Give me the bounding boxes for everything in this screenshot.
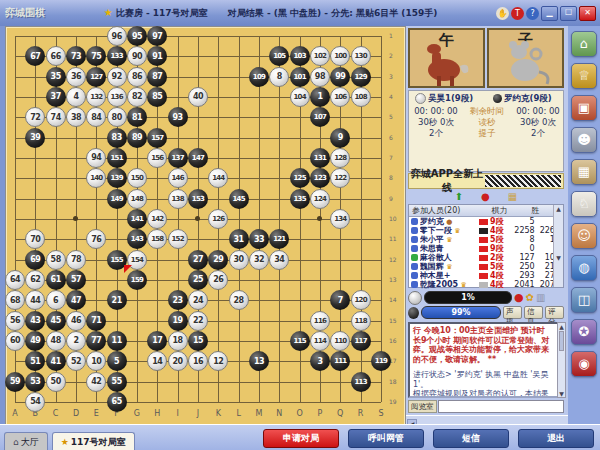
coord-number: 16 [389, 337, 397, 344]
robot-icon[interactable]: ☻ [571, 127, 597, 153]
stone-white-76: 76 [86, 229, 106, 249]
chat-input[interactable] [438, 400, 565, 413]
participant-wins: 127 [511, 253, 534, 262]
stone-black-3: 3 [310, 351, 330, 371]
stone-black-65: 65 [107, 392, 127, 412]
participant-rank: 4段 [490, 271, 511, 280]
coord-letter: N [269, 409, 289, 418]
stone-black-45: 45 [46, 311, 66, 331]
coord-number: 18 [389, 378, 397, 385]
participant-row[interactable]: 朱思青9段01 [409, 244, 563, 253]
stone-white-138: 138 [168, 189, 188, 209]
coord-letter: K [208, 409, 228, 418]
black-support-knob[interactable] [408, 291, 422, 305]
thumb-icon [411, 227, 418, 234]
stone-white-22: 22 [188, 311, 208, 331]
thumb-icon [411, 281, 418, 288]
coord-letter: R [351, 409, 371, 418]
stone-black-35: 35 [46, 67, 66, 87]
gift-icons-row: ⬆ ● ▦ [408, 190, 564, 203]
tab-icon: ⌂ [13, 437, 19, 447]
stone-black-121: 121 [269, 229, 289, 249]
stone-black-91: 91 [147, 46, 167, 66]
stone-black-61: 61 [46, 270, 66, 290]
star-point [195, 216, 200, 221]
stone-black-7: 7 [330, 290, 350, 310]
stone-black-145: 145 [229, 189, 249, 209]
stone-black-81: 81 [127, 107, 147, 127]
stone-white-16: 16 [188, 351, 208, 371]
shop-icon[interactable]: ▣ [571, 95, 597, 121]
white-support-bar: 99% [421, 306, 501, 319]
flag-icon [479, 273, 488, 279]
stone-white-134: 134 [330, 209, 350, 229]
knight-icon[interactable]: ♘ [571, 191, 597, 217]
close-button[interactable]: ✕ [579, 6, 596, 21]
coord-number: 6 [389, 134, 393, 141]
stone-white-156: 156 [147, 148, 167, 168]
stone-white-92: 92 [107, 67, 127, 87]
tab-icon: ★ [61, 437, 69, 447]
stone-white-116: 116 [310, 311, 330, 331]
coord-number: 7 [389, 154, 393, 161]
stone-white-124: 124 [310, 189, 330, 209]
flag-icon [479, 219, 488, 225]
coord-number: 5 [389, 113, 393, 120]
black-player-name: 罗约克(9段) [504, 93, 563, 105]
star-point [73, 216, 78, 221]
stone-white-84: 84 [86, 107, 106, 127]
stone-white-14: 14 [147, 351, 167, 371]
stone-black-73: 73 [66, 46, 86, 66]
stone-white-126: 126 [208, 209, 228, 229]
stone-black-69: 69 [25, 250, 45, 270]
last-move-marker [124, 265, 132, 273]
participant-name: 魏国辉 ♛ [420, 262, 479, 272]
chat-scrollbar[interactable]: ▲▼ [557, 322, 566, 398]
participant-rank: 4段 [490, 280, 511, 289]
coord-letter: L [229, 409, 249, 418]
coord-letter: G [127, 409, 147, 418]
star-point [317, 216, 322, 221]
coord-letter: O [290, 409, 310, 418]
stone-white-100: 100 [330, 46, 350, 66]
stone-white-50: 50 [46, 372, 66, 392]
right-panel: 午 子 吴昊1(9段) [406, 26, 568, 424]
stone-black-49: 49 [25, 331, 45, 351]
stone-white-78: 78 [66, 250, 86, 270]
stone-white-144: 144 [208, 168, 228, 188]
title-bar: 弈城围棋 ★ 比赛房 - 117号对局室 对局结果 - (黑 中盘胜) - 分先… [0, 0, 600, 26]
trophy-icon: ★ [104, 7, 113, 18]
stone-black-5: 5 [107, 351, 127, 371]
stone-black-135: 135 [290, 189, 310, 209]
stone-black-67: 67 [25, 46, 45, 66]
stone-black-103: 103 [290, 46, 310, 66]
time-cell: 30秒 0次 [409, 117, 463, 128]
stone-white-46: 46 [66, 311, 86, 331]
stone-black-21: 21 [107, 290, 127, 310]
participant-name: 乾隆2005 ♛ [420, 280, 479, 290]
stone-black-59: 59 [5, 372, 25, 392]
stone-black-19: 19 [168, 311, 188, 331]
stone-black-105: 105 [269, 46, 289, 66]
participant-row[interactable]: 朱小平 ♛5段814 [409, 235, 563, 244]
col-rank: 棋力 [482, 205, 518, 216]
stone-white-36: 36 [66, 67, 86, 87]
participant-wins: 5 [511, 217, 534, 226]
stone-black-101: 101 [290, 67, 310, 87]
stone-white-20: 20 [168, 351, 188, 371]
grid-line-v [381, 36, 382, 402]
stone-white-18: 18 [168, 331, 188, 351]
thumb-icon [411, 218, 418, 225]
stone-black-29: 29 [208, 250, 228, 270]
support-bars: 1% ● ✿ ▥ 99% 声援信息评分 [408, 290, 564, 322]
participants-table[interactable]: 参加人员(20) 棋力 胜 败 罗约克 ●9段52零下一段 ♛4段2258226… [408, 204, 564, 288]
stone-white-82: 82 [127, 87, 147, 107]
grid-line-v [259, 36, 260, 402]
stone-black-151: 151 [107, 148, 127, 168]
stone-white-60: 60 [5, 331, 25, 351]
participant-rank: 4段 [490, 226, 511, 235]
stone-black-43: 43 [25, 311, 45, 331]
stone-black-95: 95 [127, 26, 147, 46]
stone-white-48: 48 [46, 331, 66, 351]
stone-black-31: 31 [229, 229, 249, 249]
stone-black-71: 71 [86, 311, 106, 331]
coord-letter: Q [330, 409, 350, 418]
time-cell: 00: 00: 00 [511, 106, 565, 117]
crown-icon: ♛ [444, 263, 453, 271]
game-info-box: 吴昊1(9段) 罗约克(9段) 00: 00: 00剩余时间00: 00: 00… [408, 90, 564, 172]
home-icon[interactable]: ⌂ [571, 31, 597, 57]
taskbar-button-短信[interactable]: 短信 [433, 429, 509, 448]
participant-rank: 2段 [490, 253, 511, 262]
stone-black-159: 159 [127, 270, 147, 290]
participant-wins: 2041 [511, 280, 534, 289]
stone-white-8: 8 [269, 67, 289, 87]
stone-white-142: 142 [147, 209, 167, 229]
taskbar-button-申请对局[interactable]: 申请对局 [263, 429, 339, 448]
col-win: 胜 [517, 205, 539, 216]
time-panel: 00: 00: 00剩余时间00: 00: 0030秒 0次读秒30秒 0次2个… [409, 106, 563, 139]
time-cell: 提子 [463, 128, 511, 139]
stone-white-136: 136 [107, 87, 127, 107]
stone-white-114: 114 [310, 331, 330, 351]
pet-icon: ● [444, 218, 453, 226]
stone-black-97: 97 [147, 26, 167, 46]
time-cell: 2个 [409, 128, 463, 139]
stone-white-118: 118 [351, 311, 371, 331]
stone-black-13: 13 [249, 351, 269, 371]
hand-icon[interactable]: ✋ [496, 7, 509, 20]
storage-icon[interactable]: ◫ [571, 287, 597, 313]
stone-white-10: 10 [86, 351, 106, 371]
match-badge-icon[interactable]: ◉ [571, 351, 597, 377]
coord-number: 14 [389, 296, 397, 303]
sidebar: ⌂♕▣☻▦♘☺◍◫✪◉ [568, 26, 600, 424]
flag-icon [479, 228, 488, 234]
stone-black-137: 137 [168, 148, 188, 168]
stone-black-119: 119 [371, 351, 391, 371]
blimp-icon[interactable]: ◍ [571, 255, 597, 281]
stone-white-74: 74 [46, 107, 66, 127]
lucky-wheel-icon[interactable]: ✪ [571, 319, 597, 345]
chat-channel-label[interactable]: 阅览室 [408, 400, 437, 413]
stone-white-56: 56 [5, 311, 25, 331]
maximize-button[interactable]: ☐ [560, 6, 577, 21]
stone-white-40: 40 [188, 87, 208, 107]
stone-white-28: 28 [229, 290, 249, 310]
participant-rank: 5段 [490, 262, 511, 271]
stone-black-75: 75 [86, 46, 106, 66]
stone-black-11: 11 [107, 331, 127, 351]
stone-black-157: 157 [147, 128, 167, 148]
stone-black-141: 141 [127, 209, 147, 229]
stone-black-99: 99 [330, 67, 350, 87]
stone-white-106: 106 [330, 87, 350, 107]
participant-name: 朱思青 [420, 244, 479, 253]
crown-icon[interactable]: ♕ [571, 63, 597, 89]
stone-black-83: 83 [107, 128, 127, 148]
stone-black-25: 25 [188, 270, 208, 290]
stone-black-17: 17 [147, 331, 167, 351]
stone-white-42: 42 [86, 372, 106, 392]
stone-black-109: 109 [249, 67, 269, 87]
stone-black-55: 55 [107, 372, 127, 392]
coord-letter: P [310, 409, 330, 418]
stone-white-104: 104 [290, 87, 310, 107]
stone-black-41: 41 [46, 351, 66, 371]
stone-black-117: 117 [351, 331, 371, 351]
app-banner[interactable]: 弈城APP全新上线 [408, 173, 564, 189]
stone-white-32: 32 [249, 250, 269, 270]
stone-white-68: 68 [5, 290, 25, 310]
white-stone-icon [415, 93, 426, 104]
thumb-icon [411, 254, 418, 261]
stone-white-24: 24 [188, 290, 208, 310]
stone-black-133: 133 [107, 46, 127, 66]
grid-line-h [15, 382, 381, 383]
coord-number: 12 [389, 256, 397, 263]
flag-icon [479, 255, 488, 261]
stone-black-123: 123 [310, 168, 330, 188]
coord-number: 2 [389, 52, 393, 59]
stone-black-139: 139 [107, 168, 127, 188]
apple-icon[interactable]: ● [481, 192, 490, 202]
stone-white-96: 96 [107, 26, 127, 46]
stone-white-130: 130 [351, 46, 371, 66]
stone-black-89: 89 [127, 128, 147, 148]
stone-white-86: 86 [127, 67, 147, 87]
time-cell: 剩余时间 [463, 106, 511, 117]
support-button-评分[interactable]: 评分 [545, 306, 564, 319]
taskbar-button-退出[interactable]: 退出 [518, 429, 594, 448]
coord-letter: C [46, 409, 66, 418]
stone-white-158: 158 [147, 229, 167, 249]
building-icon[interactable]: ▦ [508, 192, 517, 202]
stone-black-153: 153 [188, 189, 208, 209]
participant-row[interactable]: 魏国辉 ♛5段250211 [409, 262, 563, 271]
stone-black-1: 1 [310, 87, 330, 107]
title-room-text: 比赛房 - 117号对局室 [116, 8, 208, 18]
stone-black-125: 125 [290, 168, 310, 188]
stone-white-4: 4 [66, 87, 86, 107]
time-cell: 2个 [511, 128, 565, 139]
black-support-bar: 1% [424, 291, 512, 304]
gold-gift-icon[interactable]: ✿ [526, 293, 534, 303]
stone-black-57: 57 [66, 270, 86, 290]
coord-letter: I [168, 409, 188, 418]
participant-rank: 9段 [490, 244, 511, 253]
stone-white-58: 58 [46, 250, 66, 270]
stone-black-15: 15 [188, 331, 208, 351]
gray-box-icon[interactable]: ▥ [536, 293, 545, 303]
participant-rank: 5段 [490, 235, 511, 244]
stone-white-52: 52 [66, 351, 86, 371]
stone-black-9: 9 [330, 128, 350, 148]
coord-letter: J [188, 409, 208, 418]
coord-number: 11 [389, 235, 397, 242]
minimize-button[interactable]: ▁ [541, 6, 558, 21]
stone-black-149: 149 [107, 189, 127, 209]
stone-white-120: 120 [351, 290, 371, 310]
coord-number: 1 [389, 32, 393, 39]
stone-white-128: 128 [330, 148, 350, 168]
stone-white-146: 146 [168, 168, 188, 188]
stone-white-72: 72 [25, 107, 45, 127]
grid-line-h [15, 402, 381, 403]
time-cell: 00: 00: 00 [409, 106, 463, 117]
stone-white-64: 64 [5, 270, 25, 290]
tab-label: 大厅 [21, 437, 39, 447]
stone-white-90: 90 [127, 46, 147, 66]
support-button-声援[interactable]: 声援 [503, 306, 522, 319]
stone-white-30: 30 [229, 250, 249, 270]
chat-message: 行 今晚10：00主页全面维护 预计时长9个小时 期间软件可以正常登陆、对弈。观… [413, 326, 552, 364]
title-result-text: 对局结果 - (黑 中盘胜) - 分先: 黑贴6目半 (159手) [228, 8, 438, 18]
zodiac-rat-image: 子 [487, 28, 564, 88]
flag-icon [479, 282, 488, 288]
grid-line-v [279, 36, 280, 402]
chat-message: 根据弈城规则及对局者的认可，本结果将不再反复。 [413, 389, 552, 398]
table-scrollbar[interactable]: ▲▼ [553, 205, 563, 287]
coord-number: 9 [389, 195, 393, 202]
stone-white-38: 38 [66, 107, 86, 127]
tab-label: 117号对局室 [71, 437, 126, 447]
flag-icon [479, 264, 488, 270]
stone-black-111: 111 [330, 351, 350, 371]
help-icon[interactable]: ? [526, 7, 539, 20]
participant-wins: 0 [511, 244, 534, 253]
stone-white-80: 80 [107, 107, 127, 127]
support-button-信息[interactable]: 信息 [524, 306, 543, 319]
qr-code-icon [485, 175, 561, 187]
col-name: 参加人员(20) [409, 205, 482, 216]
stone-white-70: 70 [25, 229, 45, 249]
stone-black-85: 85 [147, 87, 167, 107]
white-support-knob[interactable] [408, 307, 419, 319]
coord-number: 19 [389, 398, 397, 405]
stone-black-115: 115 [290, 331, 310, 351]
thumb-icon [411, 245, 418, 252]
coord-letter: M [249, 409, 269, 418]
crown-icon: ♛ [452, 227, 461, 235]
coord-letter: A [5, 409, 25, 418]
stone-white-2: 2 [66, 331, 86, 351]
stone-black-87: 87 [147, 67, 167, 87]
kifu-board-icon[interactable]: ▦ [571, 159, 597, 185]
app-logo: 弈城围棋 [5, 6, 45, 20]
zodiac-banner: 午 子 [408, 28, 564, 88]
stone-black-147: 147 [188, 148, 208, 168]
tab-117号对局室[interactable]: ★117号对局室 [52, 432, 135, 450]
flag-icon [479, 246, 488, 252]
thumb-icon [411, 236, 418, 243]
zodiac-horse-image: 午 [408, 28, 485, 88]
participant-wins: 2258 [511, 226, 534, 235]
stone-white-62: 62 [25, 270, 45, 290]
taskbar: ⌂大厅★117号对局室 申请对局呼叫网管短信退出 [0, 424, 600, 450]
thumb-icon [411, 263, 418, 270]
stone-white-66: 66 [46, 46, 66, 66]
stone-black-37: 37 [46, 87, 66, 107]
chat-log: 行 今晚10：00主页全面维护 预计时长9个小时 期间软件可以正常登陆、对弈。观… [408, 322, 564, 398]
participant-wins: 293 [511, 271, 534, 280]
go-board[interactable]: A1B2C3D4E5F6G7H8I9J10K11L12M13N14O15P16Q… [5, 26, 406, 426]
t-badge-icon[interactable]: T [511, 7, 524, 20]
participant-wins: 8 [511, 235, 534, 244]
taskbar-button-呼叫网管[interactable]: 呼叫网管 [348, 429, 424, 448]
coord-number: 3 [389, 73, 393, 80]
participant-row[interactable]: 乾隆2005 ♛4段20412072 [409, 280, 563, 289]
stone-white-122: 122 [330, 168, 350, 188]
coord-number: 4 [389, 93, 393, 100]
time-cell: 30秒 0次 [511, 117, 565, 128]
coord-letter: S [371, 409, 391, 418]
stone-black-107: 107 [310, 107, 330, 127]
window-title: ★ 比赛房 - 117号对局室 对局结果 - (黑 中盘胜) - 分先: 黑贴6… [45, 7, 496, 20]
crown-icon: ♛ [444, 236, 453, 244]
coord-number: 10 [389, 215, 397, 222]
stone-white-34: 34 [269, 250, 289, 270]
stone-black-131: 131 [310, 148, 330, 168]
stone-black-93: 93 [168, 107, 188, 127]
friends-icon[interactable]: ☺ [571, 223, 597, 249]
black-stone-icon [493, 94, 502, 103]
up-arrow-icon[interactable]: ⬆ [455, 192, 463, 202]
coord-letter: H [147, 409, 167, 418]
participants-header: 参加人员(20) 棋力 胜 败 [409, 205, 563, 217]
participant-name: 朱小平 ♛ [420, 235, 479, 245]
stone-white-108: 108 [351, 87, 371, 107]
stone-white-102: 102 [310, 46, 330, 66]
participant-rank: 9段 [490, 217, 511, 226]
white-player-name: 吴昊1(9段) [428, 93, 487, 105]
stone-black-53: 53 [25, 372, 45, 392]
red-ball-icon[interactable]: ● [514, 293, 524, 303]
coord-number: 13 [389, 276, 397, 283]
stone-white-44: 44 [25, 290, 45, 310]
stone-white-132: 132 [86, 87, 106, 107]
coord-letter: D [66, 409, 86, 418]
grid-line-v [239, 36, 240, 402]
thumb-icon [411, 272, 418, 279]
tab-大厅[interactable]: ⌂大厅 [4, 432, 48, 450]
stone-black-127: 127 [86, 67, 106, 87]
coord-letter: E [86, 409, 106, 418]
